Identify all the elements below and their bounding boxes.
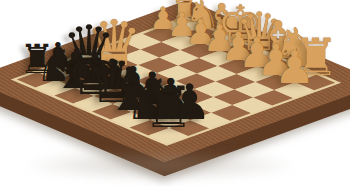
photo-stage: ♜♞♝♛♚♝♞♜♟♟♟♟♟♟♟♟♟♟♟♟♟♟♟♟♜♞♝♛♚♝♞♜♛♛ bbox=[0, 0, 350, 186]
piece-white-pawn[interactable]: ♟ bbox=[274, 45, 315, 90]
board-floor-shadow bbox=[20, 148, 300, 182]
piece-black-rook[interactable]: ♜ bbox=[143, 79, 194, 136]
